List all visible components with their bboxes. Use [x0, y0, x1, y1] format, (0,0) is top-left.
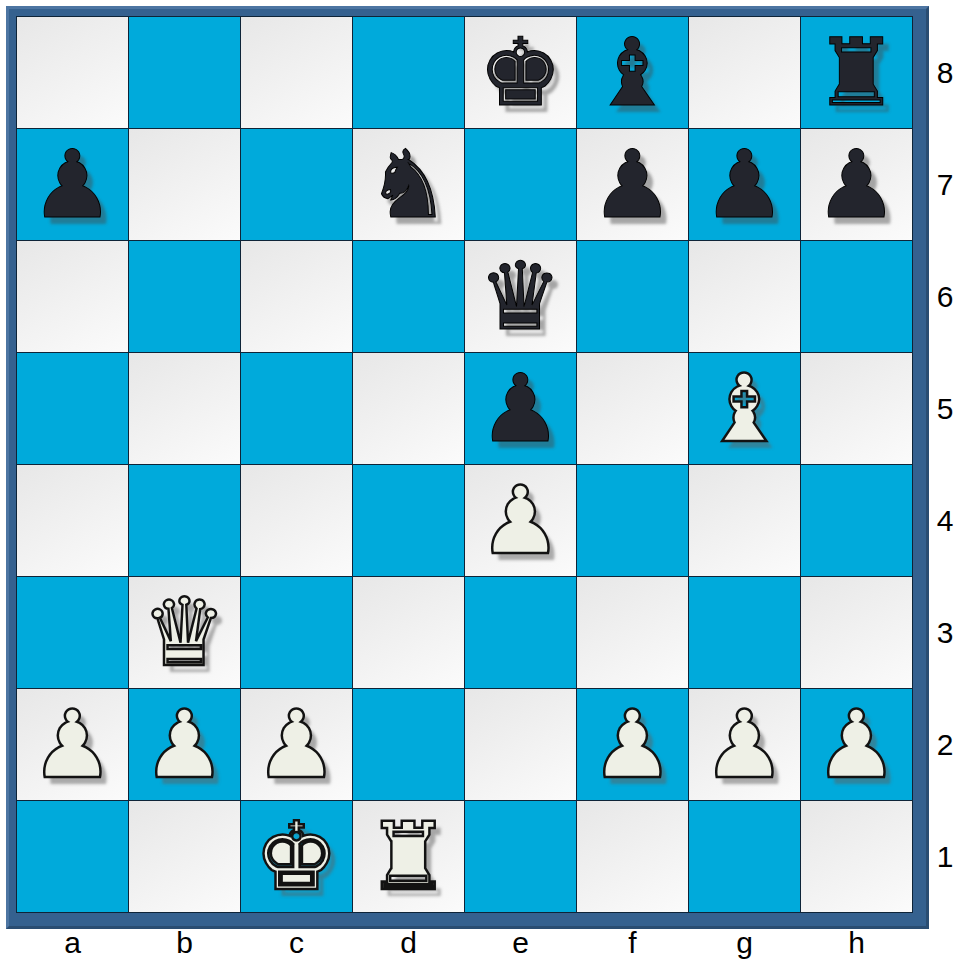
square-a1[interactable] — [17, 801, 128, 912]
square-c8[interactable] — [241, 17, 352, 128]
square-a4[interactable] — [17, 465, 128, 576]
square-g1[interactable] — [689, 801, 800, 912]
square-g3[interactable] — [689, 577, 800, 688]
square-d7[interactable]: ♞ — [353, 129, 464, 240]
square-a6[interactable] — [17, 241, 128, 352]
square-e1[interactable] — [465, 801, 576, 912]
square-b8[interactable] — [129, 17, 240, 128]
white-rook-d1[interactable]: ♜ — [353, 801, 464, 912]
white-king-c1[interactable]: ♚ — [241, 801, 352, 912]
rank-label-4: 4 — [930, 465, 960, 576]
black-rook-h8[interactable]: ♜ — [801, 17, 912, 128]
square-f6[interactable] — [577, 241, 688, 352]
square-e5[interactable]: ♟ — [465, 353, 576, 464]
square-h7[interactable]: ♟ — [801, 129, 912, 240]
rank-labels: 8 7 6 5 4 3 2 1 — [930, 17, 960, 912]
black-queen-e6[interactable]: ♛ — [465, 241, 576, 352]
square-b2[interactable]: ♟ — [129, 689, 240, 800]
file-labels: a b c d e f g h — [17, 926, 912, 960]
square-f5[interactable] — [577, 353, 688, 464]
square-d8[interactable] — [353, 17, 464, 128]
square-e6[interactable]: ♛ — [465, 241, 576, 352]
square-h8[interactable]: ♜ — [801, 17, 912, 128]
rank-label-6: 6 — [930, 241, 960, 352]
board-frame: ♚♝♜♟♞♟♟♟♛♟♝♟♛♟♟♟♟♟♟♚♜ — [6, 6, 929, 929]
white-pawn-a2[interactable]: ♟ — [17, 689, 128, 800]
square-c4[interactable] — [241, 465, 352, 576]
square-g2[interactable]: ♟ — [689, 689, 800, 800]
file-label-h: h — [801, 926, 912, 960]
rank-label-8: 8 — [930, 17, 960, 128]
square-a8[interactable] — [17, 17, 128, 128]
file-label-e: e — [465, 926, 576, 960]
square-d2[interactable] — [353, 689, 464, 800]
square-b1[interactable] — [129, 801, 240, 912]
square-h4[interactable] — [801, 465, 912, 576]
square-g8[interactable] — [689, 17, 800, 128]
square-a2[interactable]: ♟ — [17, 689, 128, 800]
square-f8[interactable]: ♝ — [577, 17, 688, 128]
square-g5[interactable]: ♝ — [689, 353, 800, 464]
square-c1[interactable]: ♚ — [241, 801, 352, 912]
rank-label-1: 1 — [930, 801, 960, 912]
square-e2[interactable] — [465, 689, 576, 800]
white-pawn-b2[interactable]: ♟ — [129, 689, 240, 800]
file-label-f: f — [577, 926, 688, 960]
white-pawn-c2[interactable]: ♟ — [241, 689, 352, 800]
square-c6[interactable] — [241, 241, 352, 352]
white-pawn-g2[interactable]: ♟ — [689, 689, 800, 800]
file-label-g: g — [689, 926, 800, 960]
square-h1[interactable] — [801, 801, 912, 912]
black-pawn-a7[interactable]: ♟ — [17, 129, 128, 240]
file-label-b: b — [129, 926, 240, 960]
square-h3[interactable] — [801, 577, 912, 688]
file-label-d: d — [353, 926, 464, 960]
square-d5[interactable] — [353, 353, 464, 464]
square-d4[interactable] — [353, 465, 464, 576]
white-pawn-f2[interactable]: ♟ — [577, 689, 688, 800]
rank-label-5: 5 — [930, 353, 960, 464]
square-c7[interactable] — [241, 129, 352, 240]
square-b5[interactable] — [129, 353, 240, 464]
square-f7[interactable]: ♟ — [577, 129, 688, 240]
square-d6[interactable] — [353, 241, 464, 352]
rank-label-3: 3 — [930, 577, 960, 688]
square-a7[interactable]: ♟ — [17, 129, 128, 240]
square-b3[interactable]: ♛ — [129, 577, 240, 688]
rank-label-2: 2 — [930, 689, 960, 800]
square-a3[interactable] — [17, 577, 128, 688]
file-label-a: a — [17, 926, 128, 960]
square-e7[interactable] — [465, 129, 576, 240]
square-f2[interactable]: ♟ — [577, 689, 688, 800]
black-king-e8[interactable]: ♚ — [465, 17, 576, 128]
white-bishop-g5[interactable]: ♝ — [689, 353, 800, 464]
black-pawn-e5[interactable]: ♟ — [465, 353, 576, 464]
file-label-c: c — [241, 926, 352, 960]
square-g6[interactable] — [689, 241, 800, 352]
square-b4[interactable] — [129, 465, 240, 576]
square-f3[interactable] — [577, 577, 688, 688]
black-pawn-h7[interactable]: ♟ — [801, 129, 912, 240]
chess-board: ♚♝♜♟♞♟♟♟♛♟♝♟♛♟♟♟♟♟♟♚♜ — [16, 16, 913, 913]
square-d1[interactable]: ♜ — [353, 801, 464, 912]
square-e8[interactable]: ♚ — [465, 17, 576, 128]
square-g7[interactable]: ♟ — [689, 129, 800, 240]
black-pawn-g7[interactable]: ♟ — [689, 129, 800, 240]
chess-diagram: ♚♝♜♟♞♟♟♟♛♟♝♟♛♟♟♟♟♟♟♚♜ a b c d e f g h 8 … — [0, 0, 960, 960]
rank-label-7: 7 — [930, 129, 960, 240]
black-bishop-f8[interactable]: ♝ — [577, 17, 688, 128]
white-pawn-h2[interactable]: ♟ — [801, 689, 912, 800]
square-b6[interactable] — [129, 241, 240, 352]
square-b7[interactable] — [129, 129, 240, 240]
square-c2[interactable]: ♟ — [241, 689, 352, 800]
square-g4[interactable] — [689, 465, 800, 576]
square-a5[interactable] — [17, 353, 128, 464]
square-d3[interactable] — [353, 577, 464, 688]
square-f4[interactable] — [577, 465, 688, 576]
square-e4[interactable]: ♟ — [465, 465, 576, 576]
white-queen-b3[interactable]: ♛ — [129, 577, 240, 688]
square-h2[interactable]: ♟ — [801, 689, 912, 800]
square-f1[interactable] — [577, 801, 688, 912]
black-pawn-f7[interactable]: ♟ — [577, 129, 688, 240]
square-h5[interactable] — [801, 353, 912, 464]
white-pawn-e4[interactable]: ♟ — [465, 465, 576, 576]
square-c3[interactable] — [241, 577, 352, 688]
black-knight-d7[interactable]: ♞ — [353, 129, 464, 240]
square-e3[interactable] — [465, 577, 576, 688]
square-h6[interactable] — [801, 241, 912, 352]
square-c5[interactable] — [241, 353, 352, 464]
